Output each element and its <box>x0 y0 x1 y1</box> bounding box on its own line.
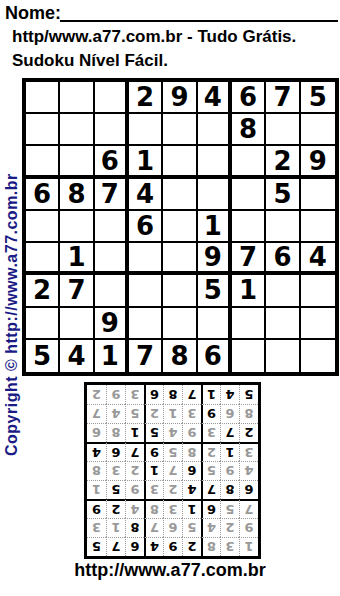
puzzle-cell[interactable] <box>232 211 266 243</box>
puzzle-cell[interactable] <box>301 179 335 211</box>
puzzle-cell: 4 <box>129 179 163 211</box>
solution-cell: 8 <box>201 537 220 556</box>
puzzle-cell[interactable] <box>163 243 197 275</box>
solution-cell: 7 <box>144 518 163 537</box>
puzzle-cell[interactable] <box>60 114 94 146</box>
solution-cell: 7 <box>201 480 220 499</box>
solution-cell: 8 <box>182 442 201 461</box>
puzzle-cell: 6 <box>129 211 163 243</box>
puzzle-cell: 9 <box>198 243 232 275</box>
puzzle-cell[interactable] <box>198 179 232 211</box>
puzzle-cell[interactable] <box>232 340 266 372</box>
difficulty-title: Sudoku Nível Fácil. <box>12 51 168 71</box>
puzzle-cell: 8 <box>163 340 197 372</box>
solution-cell: 8 <box>239 404 258 423</box>
puzzle-cell: 5 <box>266 179 300 211</box>
solution-cell: 9 <box>201 404 220 423</box>
solution-cell: 8 <box>87 461 106 480</box>
sudoku-puzzle-grid: 2946758612968745611976427519541786 <box>22 78 339 376</box>
solution-cell: 1 <box>144 461 163 480</box>
solution-cell: 3 <box>239 442 258 461</box>
puzzle-cell[interactable] <box>232 146 266 178</box>
footer-url[interactable]: http://www.a77.com.br <box>0 560 340 581</box>
puzzle-cell[interactable] <box>163 275 197 307</box>
solution-cell: 1 <box>87 480 106 499</box>
puzzle-cell: 1 <box>60 243 94 275</box>
solution-cell: 6 <box>201 499 220 518</box>
solution-cell: 3 <box>182 404 201 423</box>
puzzle-cell: 8 <box>232 114 266 146</box>
name-label: Nome: <box>5 3 61 24</box>
puzzle-cell: 5 <box>198 275 232 307</box>
solution-cell: 3 <box>201 423 220 442</box>
solution-cell: 6 <box>163 518 182 537</box>
solution-cell: 6 <box>220 404 239 423</box>
solution-cell: 6 <box>239 480 258 499</box>
puzzle-cell: 6 <box>232 82 266 114</box>
puzzle-cell[interactable] <box>266 308 300 340</box>
solution-cell: 2 <box>201 442 220 461</box>
puzzle-cell[interactable] <box>163 146 197 178</box>
solution-cell: 7 <box>220 423 239 442</box>
puzzle-cell[interactable] <box>129 308 163 340</box>
solution-cell: 8 <box>106 423 125 442</box>
solution-cell: 1 <box>201 385 220 404</box>
solution-cell: 2 <box>220 518 239 537</box>
puzzle-cell: 5 <box>301 82 335 114</box>
name-blank-line <box>60 20 338 22</box>
solution-cell: 9 <box>239 518 258 537</box>
puzzle-cell[interactable] <box>26 82 60 114</box>
solution-cell: 4 <box>182 480 201 499</box>
puzzle-cell[interactable] <box>266 211 300 243</box>
puzzle-cell: 7 <box>266 82 300 114</box>
solution-cell: 9 <box>220 461 239 480</box>
solution-cell: 3 <box>106 461 125 480</box>
solution-cell: 3 <box>163 499 182 518</box>
puzzle-cell[interactable] <box>266 340 300 372</box>
puzzle-cell[interactable] <box>266 114 300 146</box>
solution-cell: 4 <box>144 537 163 556</box>
solution-cell: 9 <box>182 423 201 442</box>
solution-cell: 2 <box>239 423 258 442</box>
solution-cell: 8 <box>220 480 239 499</box>
puzzle-cell: 4 <box>301 243 335 275</box>
puzzle-cell: 6 <box>266 243 300 275</box>
solution-cell: 3 <box>87 518 106 537</box>
solution-cell: 5 <box>182 518 201 537</box>
solution-cell: 7 <box>106 537 125 556</box>
solution-cell: 5 <box>220 499 239 518</box>
puzzle-cell[interactable] <box>198 308 232 340</box>
puzzle-cell[interactable] <box>129 114 163 146</box>
solution-cell: 5 <box>201 461 220 480</box>
puzzle-cell[interactable] <box>232 179 266 211</box>
solution-cell: 8 <box>144 499 163 518</box>
solution-cell: 2 <box>106 499 125 518</box>
puzzle-cell: 7 <box>129 340 163 372</box>
puzzle-cell[interactable] <box>95 82 129 114</box>
puzzle-cell[interactable] <box>301 275 335 307</box>
puzzle-cell[interactable] <box>232 308 266 340</box>
puzzle-cell[interactable] <box>163 179 197 211</box>
solution-cell: 6 <box>106 442 125 461</box>
solution-cell: 2 <box>125 461 144 480</box>
solution-cell: 8 <box>163 385 182 404</box>
puzzle-cell: 2 <box>26 275 60 307</box>
solution-cell: 4 <box>239 461 258 480</box>
puzzle-cell[interactable] <box>60 211 94 243</box>
puzzle-cell: 1 <box>129 146 163 178</box>
puzzle-cell: 7 <box>60 275 94 307</box>
solution-cell: 5 <box>163 442 182 461</box>
puzzle-cell: 4 <box>60 340 94 372</box>
solution-cell: 4 <box>163 423 182 442</box>
solution-cell: 4 <box>106 404 125 423</box>
puzzle-cell: 4 <box>198 82 232 114</box>
solution-cell: 5 <box>144 423 163 442</box>
solution-cell: 6 <box>87 423 106 442</box>
puzzle-cell: 1 <box>232 275 266 307</box>
solution-cell: 5 <box>239 385 258 404</box>
puzzle-cell[interactable] <box>26 146 60 178</box>
solution-cell: 7 <box>87 404 106 423</box>
puzzle-cell[interactable] <box>26 308 60 340</box>
puzzle-cell[interactable] <box>129 275 163 307</box>
solution-cell: 9 <box>106 385 125 404</box>
puzzle-cell: 1 <box>95 340 129 372</box>
solution-cell: 1 <box>163 404 182 423</box>
puzzle-cell[interactable] <box>266 275 300 307</box>
puzzle-cell[interactable] <box>163 211 197 243</box>
puzzle-cell[interactable] <box>301 340 335 372</box>
solution-cell: 5 <box>125 404 144 423</box>
puzzle-cell: 9 <box>301 146 335 178</box>
puzzle-cell[interactable] <box>26 211 60 243</box>
puzzle-cell: 7 <box>232 243 266 275</box>
puzzle-cell[interactable] <box>26 243 60 275</box>
puzzle-cell[interactable] <box>301 308 335 340</box>
puzzle-cell: 6 <box>26 179 60 211</box>
solution-cell: 4 <box>125 499 144 518</box>
solution-cell: 7 <box>239 499 258 518</box>
solution-cell: 5 <box>106 480 125 499</box>
puzzle-cell[interactable] <box>60 82 94 114</box>
puzzle-cell[interactable] <box>95 275 129 307</box>
solution-cell: 7 <box>182 385 201 404</box>
puzzle-cell[interactable] <box>198 146 232 178</box>
puzzle-cell[interactable] <box>163 308 197 340</box>
puzzle-cell[interactable] <box>163 114 197 146</box>
puzzle-cell: 5 <box>26 340 60 372</box>
puzzle-cell[interactable] <box>129 243 163 275</box>
solution-cell: 3 <box>220 537 239 556</box>
copyright-vertical-text: Copyright © http://www.a77.com.br <box>3 173 21 456</box>
puzzle-cell[interactable] <box>95 211 129 243</box>
puzzle-cell[interactable] <box>198 114 232 146</box>
puzzle-cell: 7 <box>95 179 129 211</box>
solution-cell: 5 <box>87 537 106 556</box>
solution-cell: 2 <box>144 404 163 423</box>
solution-cell: 3 <box>125 385 144 404</box>
puzzle-cell: 9 <box>163 82 197 114</box>
solution-cell: 8 <box>125 518 144 537</box>
solution-cell: 9 <box>87 499 106 518</box>
solution-cell: 9 <box>163 537 182 556</box>
puzzle-cell[interactable] <box>301 211 335 243</box>
sudoku-print-page: Nome: http/www.a77.com.br - Tudo Grátis.… <box>0 0 340 596</box>
solution-cell: 6 <box>182 461 201 480</box>
puzzle-cell[interactable] <box>95 114 129 146</box>
solution-cell: 4 <box>87 442 106 461</box>
solution-cell: 1 <box>239 537 258 556</box>
solution-cell: 9 <box>144 442 163 461</box>
solution-cell: 1 <box>125 423 144 442</box>
solution-cell: 2 <box>182 537 201 556</box>
puzzle-cell[interactable] <box>60 146 94 178</box>
solution-cell: 4 <box>220 385 239 404</box>
puzzle-cell: 9 <box>95 308 129 340</box>
solution-cell: 2 <box>163 480 182 499</box>
puzzle-cell: 2 <box>129 82 163 114</box>
puzzle-cell[interactable] <box>95 243 129 275</box>
solution-cell: 7 <box>163 461 182 480</box>
solution-cell: 7 <box>125 442 144 461</box>
solution-cell: 1 <box>182 499 201 518</box>
solution-cell: 1 <box>220 442 239 461</box>
solution-cell: 6 <box>144 385 163 404</box>
solution-cell: 3 <box>144 480 163 499</box>
puzzle-cell: 6 <box>198 340 232 372</box>
solution-cell: 9 <box>125 480 144 499</box>
puzzle-cell[interactable] <box>301 114 335 146</box>
puzzle-cell: 1 <box>198 211 232 243</box>
solution-cell: 4 <box>201 518 220 537</box>
solution-cell: 1 <box>106 518 125 537</box>
puzzle-cell[interactable] <box>26 114 60 146</box>
puzzle-cell: 2 <box>266 146 300 178</box>
puzzle-cell: 8 <box>60 179 94 211</box>
solution-cell: 2 <box>87 385 106 404</box>
puzzle-cell: 6 <box>95 146 129 178</box>
site-title: http/www.a77.com.br - Tudo Grátis. <box>12 27 296 47</box>
sudoku-solution-grid-upside-down: 1382946759245678137561384296874239514956… <box>84 382 261 559</box>
solution-cell: 6 <box>125 537 144 556</box>
puzzle-cell[interactable] <box>60 308 94 340</box>
